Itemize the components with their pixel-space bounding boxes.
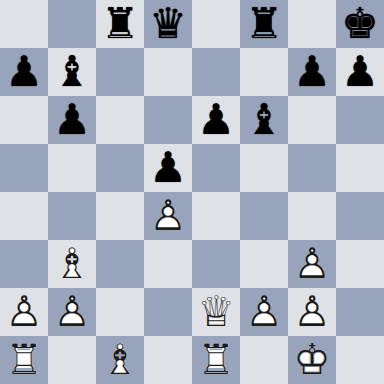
square-b7[interactable]: ♝ bbox=[48, 48, 96, 96]
white-pawn-outline: ♙ bbox=[240, 288, 288, 336]
square-b2[interactable]: ♟♙ bbox=[48, 288, 96, 336]
square-f7[interactable] bbox=[240, 48, 288, 96]
square-d8[interactable]: ♛ bbox=[144, 0, 192, 48]
square-f4[interactable] bbox=[240, 192, 288, 240]
white-rook[interactable]: ♜♖ bbox=[192, 336, 240, 384]
square-b6[interactable]: ♟ bbox=[48, 96, 96, 144]
square-c3[interactable] bbox=[96, 240, 144, 288]
square-h8[interactable]: ♚ bbox=[336, 0, 384, 48]
white-pawn-outline: ♙ bbox=[48, 288, 96, 336]
square-d6[interactable] bbox=[144, 96, 192, 144]
square-b8[interactable] bbox=[48, 0, 96, 48]
square-a5[interactable] bbox=[0, 144, 48, 192]
black-rook[interactable]: ♜ bbox=[96, 0, 144, 48]
square-h1[interactable] bbox=[336, 336, 384, 384]
black-pawn[interactable]: ♟ bbox=[288, 48, 336, 96]
white-pawn[interactable]: ♟♙ bbox=[0, 288, 48, 336]
white-pawn-outline: ♙ bbox=[0, 288, 48, 336]
black-bishop[interactable]: ♝ bbox=[48, 48, 96, 96]
square-e1[interactable]: ♜♖ bbox=[192, 336, 240, 384]
square-a3[interactable] bbox=[0, 240, 48, 288]
square-g6[interactable] bbox=[288, 96, 336, 144]
square-g5[interactable] bbox=[288, 144, 336, 192]
square-d4[interactable]: ♟♙ bbox=[144, 192, 192, 240]
square-h3[interactable] bbox=[336, 240, 384, 288]
square-c6[interactable] bbox=[96, 96, 144, 144]
white-rook-outline: ♖ bbox=[192, 336, 240, 384]
white-pawn-outline: ♙ bbox=[144, 192, 192, 240]
square-d5[interactable]: ♟ bbox=[144, 144, 192, 192]
square-a1[interactable]: ♜♖ bbox=[0, 336, 48, 384]
white-pawn-outline: ♙ bbox=[288, 288, 336, 336]
square-c4[interactable] bbox=[96, 192, 144, 240]
square-h4[interactable] bbox=[336, 192, 384, 240]
square-c5[interactable] bbox=[96, 144, 144, 192]
square-f6[interactable]: ♝ bbox=[240, 96, 288, 144]
square-f8[interactable]: ♜ bbox=[240, 0, 288, 48]
black-pawn[interactable]: ♟ bbox=[0, 48, 48, 96]
square-e5[interactable] bbox=[192, 144, 240, 192]
square-h6[interactable] bbox=[336, 96, 384, 144]
square-f5[interactable] bbox=[240, 144, 288, 192]
square-c1[interactable]: ♝♗ bbox=[96, 336, 144, 384]
square-b3[interactable]: ♝♗ bbox=[48, 240, 96, 288]
square-h7[interactable]: ♟ bbox=[336, 48, 384, 96]
square-a4[interactable] bbox=[0, 192, 48, 240]
white-pawn[interactable]: ♟♙ bbox=[288, 240, 336, 288]
square-e7[interactable] bbox=[192, 48, 240, 96]
white-bishop-outline: ♗ bbox=[48, 240, 96, 288]
square-d7[interactable] bbox=[144, 48, 192, 96]
square-h5[interactable] bbox=[336, 144, 384, 192]
square-e8[interactable] bbox=[192, 0, 240, 48]
square-e2[interactable]: ♛♕ bbox=[192, 288, 240, 336]
square-a2[interactable]: ♟♙ bbox=[0, 288, 48, 336]
square-a7[interactable]: ♟ bbox=[0, 48, 48, 96]
white-pawn-outline: ♙ bbox=[288, 240, 336, 288]
white-pawn[interactable]: ♟♙ bbox=[288, 288, 336, 336]
square-f2[interactable]: ♟♙ bbox=[240, 288, 288, 336]
square-b1[interactable] bbox=[48, 336, 96, 384]
white-king-outline: ♔ bbox=[288, 336, 336, 384]
white-bishop[interactable]: ♝♗ bbox=[96, 336, 144, 384]
black-pawn[interactable]: ♟ bbox=[144, 144, 192, 192]
square-g3[interactable]: ♟♙ bbox=[288, 240, 336, 288]
square-g8[interactable] bbox=[288, 0, 336, 48]
square-a8[interactable] bbox=[0, 0, 48, 48]
black-pawn[interactable]: ♟ bbox=[192, 96, 240, 144]
square-g7[interactable]: ♟ bbox=[288, 48, 336, 96]
square-d2[interactable] bbox=[144, 288, 192, 336]
square-c7[interactable] bbox=[96, 48, 144, 96]
square-f3[interactable] bbox=[240, 240, 288, 288]
white-pawn[interactable]: ♟♙ bbox=[240, 288, 288, 336]
square-e6[interactable]: ♟ bbox=[192, 96, 240, 144]
black-pawn[interactable]: ♟ bbox=[336, 48, 384, 96]
square-e4[interactable] bbox=[192, 192, 240, 240]
square-g2[interactable]: ♟♙ bbox=[288, 288, 336, 336]
white-queen[interactable]: ♛♕ bbox=[192, 288, 240, 336]
square-b5[interactable] bbox=[48, 144, 96, 192]
white-bishop[interactable]: ♝♗ bbox=[48, 240, 96, 288]
white-bishop-outline: ♗ bbox=[96, 336, 144, 384]
square-d3[interactable] bbox=[144, 240, 192, 288]
square-a6[interactable] bbox=[0, 96, 48, 144]
chess-board: ♜♛♜♚♟♝♟♟♟♟♝♟♟♙♝♗♟♙♟♙♟♙♛♕♟♙♟♙♜♖♝♗♜♖♚♔ bbox=[0, 0, 384, 384]
square-h2[interactable] bbox=[336, 288, 384, 336]
square-g4[interactable] bbox=[288, 192, 336, 240]
black-bishop[interactable]: ♝ bbox=[240, 96, 288, 144]
white-pawn[interactable]: ♟♙ bbox=[48, 288, 96, 336]
square-e3[interactable] bbox=[192, 240, 240, 288]
square-c8[interactable]: ♜ bbox=[96, 0, 144, 48]
black-king[interactable]: ♚ bbox=[336, 0, 384, 48]
square-b4[interactable] bbox=[48, 192, 96, 240]
square-c2[interactable] bbox=[96, 288, 144, 336]
white-queen-outline: ♕ bbox=[192, 288, 240, 336]
square-g1[interactable]: ♚♔ bbox=[288, 336, 336, 384]
black-queen[interactable]: ♛ bbox=[144, 0, 192, 48]
white-pawn[interactable]: ♟♙ bbox=[144, 192, 192, 240]
white-king[interactable]: ♚♔ bbox=[288, 336, 336, 384]
square-d1[interactable] bbox=[144, 336, 192, 384]
black-pawn[interactable]: ♟ bbox=[48, 96, 96, 144]
white-rook-outline: ♖ bbox=[0, 336, 48, 384]
square-f1[interactable] bbox=[240, 336, 288, 384]
black-rook[interactable]: ♜ bbox=[240, 0, 288, 48]
white-rook[interactable]: ♜♖ bbox=[0, 336, 48, 384]
